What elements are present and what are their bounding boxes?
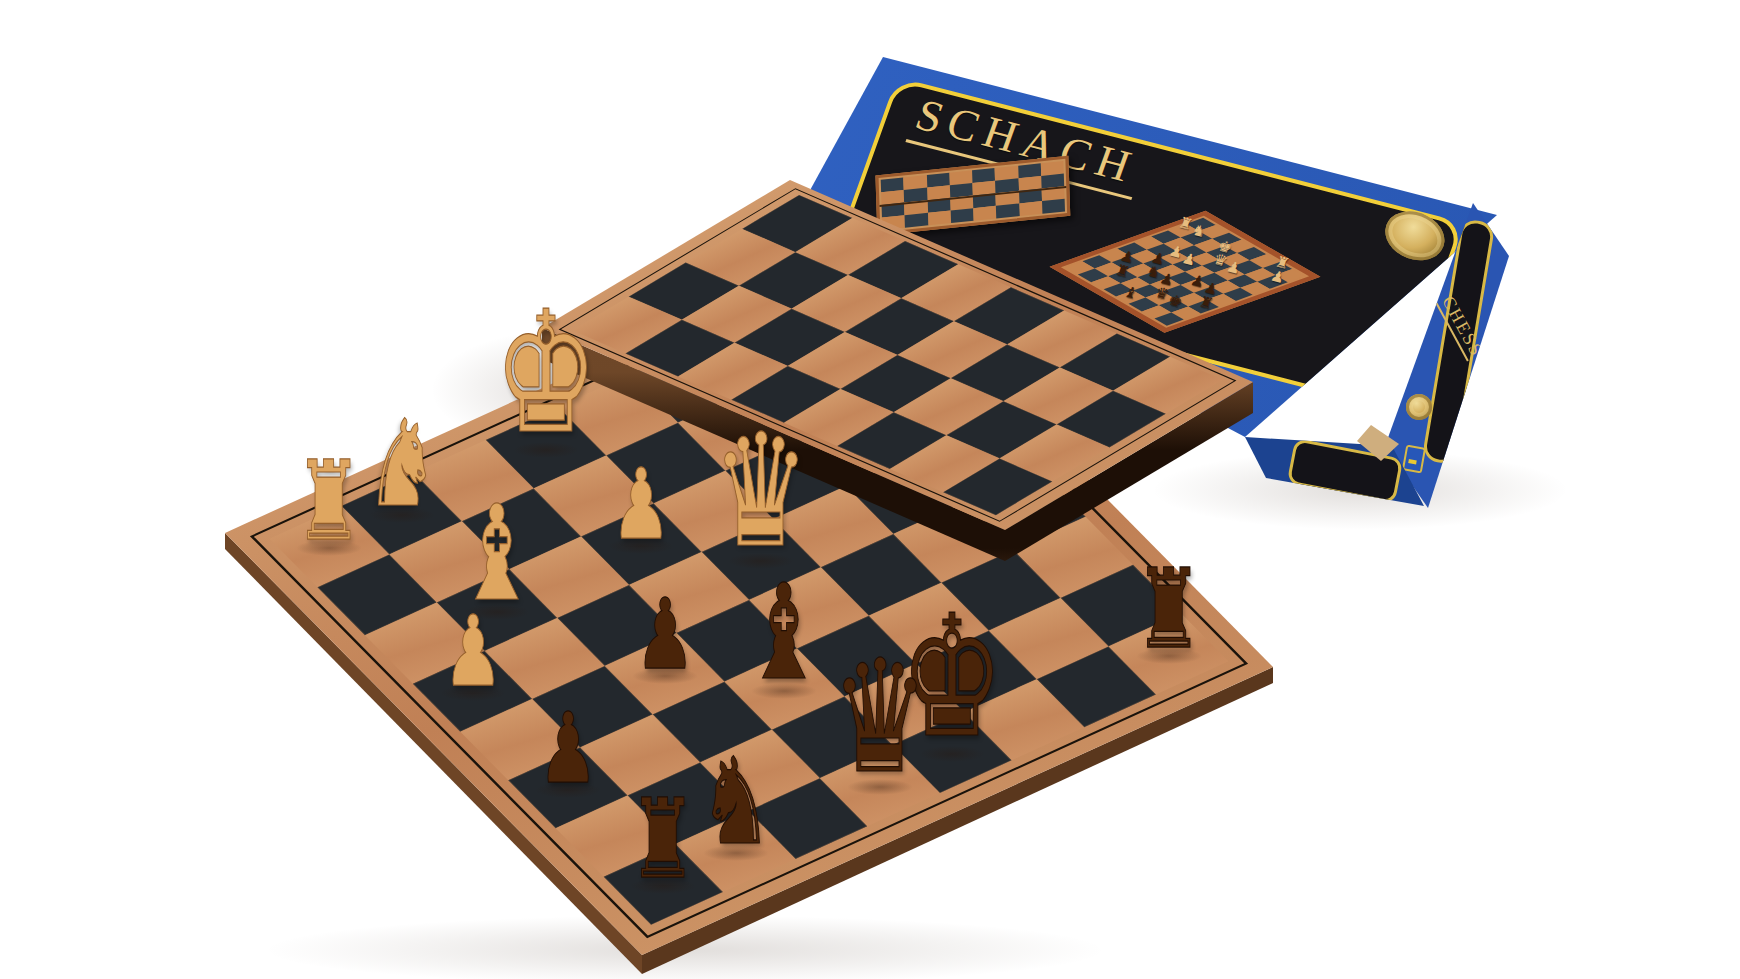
board-square: [996, 203, 1019, 218]
piece-white-rook: ♜: [329, 556, 410, 646]
piece-black-queen: ♛: [880, 795, 995, 923]
board-square: [1019, 201, 1042, 216]
piece-black-knight: ♞: [736, 861, 824, 959]
quality-seal-medallion-icon: [1375, 202, 1454, 270]
box-art-game-board-grid: [1065, 218, 1304, 326]
box-side-title: CHESS: [1435, 293, 1486, 362]
board-square: [950, 208, 973, 223]
board-square: [1042, 199, 1065, 214]
board-square: [928, 210, 951, 225]
side-medallion-icon: [1406, 394, 1432, 420]
brand-logo-mark: [1402, 444, 1426, 473]
box-art-folded-board: [875, 156, 1070, 236]
piece-black-rook: ♜: [1169, 664, 1250, 754]
board-square: [905, 213, 928, 228]
piece-black-rook: ♜: [663, 894, 744, 979]
product-photo-scene: SCHACH ♜♞♚♟♟♛♟♜♟♟♟♞♜♟♝♛♚♟♜♟ CHESS: [0, 0, 1740, 979]
board-square: [973, 206, 996, 221]
